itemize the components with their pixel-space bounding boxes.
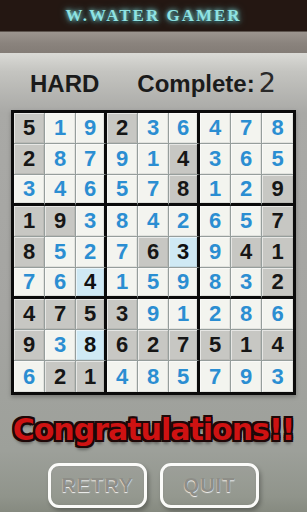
cell-r7c1[interactable]: 4 <box>14 299 45 330</box>
cell-r7c8[interactable]: 8 <box>231 299 262 330</box>
cell-r9c4[interactable]: 4 <box>107 361 138 392</box>
cell-r4c8[interactable]: 5 <box>231 206 262 237</box>
cell-r3c2[interactable]: 4 <box>45 175 76 206</box>
cell-r8c9[interactable]: 4 <box>262 330 293 361</box>
cell-r1c5[interactable]: 3 <box>138 113 169 144</box>
cell-r6c2[interactable]: 6 <box>45 268 76 299</box>
cell-r7c6[interactable]: 1 <box>169 299 200 330</box>
cell-r4c5[interactable]: 4 <box>138 206 169 237</box>
cell-r2c9[interactable]: 5 <box>262 144 293 175</box>
cell-r8c3[interactable]: 8 <box>76 330 107 361</box>
cell-r8c2[interactable]: 3 <box>45 330 76 361</box>
cell-r4c4[interactable]: 8 <box>107 206 138 237</box>
cell-r9c1[interactable]: 6 <box>14 361 45 392</box>
cell-r4c1[interactable]: 1 <box>14 206 45 237</box>
cell-r3c4[interactable]: 5 <box>107 175 138 206</box>
cell-r1c7[interactable]: 4 <box>200 113 231 144</box>
cell-r2c2[interactable]: 8 <box>45 144 76 175</box>
cell-r9c9[interactable]: 3 <box>262 361 293 392</box>
retry-button[interactable]: RETRY <box>48 463 147 508</box>
cell-r7c4[interactable]: 3 <box>107 299 138 330</box>
cell-r1c4[interactable]: 2 <box>107 113 138 144</box>
cell-r6c6[interactable]: 9 <box>169 268 200 299</box>
game-screen: W.WATER GAMER HARD Complete: 2 519236478… <box>0 0 307 512</box>
cell-r2c8[interactable]: 6 <box>231 144 262 175</box>
cell-r3c6[interactable]: 8 <box>169 175 200 206</box>
cell-r1c2[interactable]: 1 <box>45 113 76 144</box>
cell-r7c5[interactable]: 9 <box>138 299 169 330</box>
cell-r4c7[interactable]: 6 <box>200 206 231 237</box>
cell-r6c1[interactable]: 7 <box>14 268 45 299</box>
difficulty-label: HARD <box>30 70 99 98</box>
cell-r2c7[interactable]: 3 <box>200 144 231 175</box>
complete-label: Complete: <box>137 70 254 98</box>
cell-r1c9[interactable]: 8 <box>262 113 293 144</box>
title-bar: W.WATER GAMER <box>0 0 307 31</box>
cell-r8c4[interactable]: 6 <box>107 330 138 361</box>
cell-r1c3[interactable]: 9 <box>76 113 107 144</box>
cell-r7c9[interactable]: 6 <box>262 299 293 330</box>
app-title: W.WATER GAMER <box>65 6 241 26</box>
cell-r1c1[interactable]: 5 <box>14 113 45 144</box>
cell-r8c7[interactable]: 5 <box>200 330 231 361</box>
sudoku-board: 5192364782879143653465781291938426578527… <box>11 110 296 395</box>
button-row: RETRY QUIT <box>48 463 259 508</box>
cell-r5c8[interactable]: 4 <box>231 237 262 268</box>
cell-r9c2[interactable]: 2 <box>45 361 76 392</box>
cell-r4c2[interactable]: 9 <box>45 206 76 237</box>
cell-r2c5[interactable]: 1 <box>138 144 169 175</box>
cell-r5c7[interactable]: 9 <box>200 237 231 268</box>
header-band <box>0 31 307 53</box>
cell-r6c9[interactable]: 2 <box>262 268 293 299</box>
cell-r5c2[interactable]: 5 <box>45 237 76 268</box>
cell-r2c3[interactable]: 7 <box>76 144 107 175</box>
status-bar: HARD Complete: 2 <box>0 53 307 108</box>
complete-count: 2 <box>259 67 276 98</box>
cell-r5c4[interactable]: 7 <box>107 237 138 268</box>
cell-r3c8[interactable]: 2 <box>231 175 262 206</box>
cell-r6c3[interactable]: 4 <box>76 268 107 299</box>
cell-r8c5[interactable]: 2 <box>138 330 169 361</box>
cell-r6c4[interactable]: 1 <box>107 268 138 299</box>
cell-r9c7[interactable]: 7 <box>200 361 231 392</box>
cell-r9c8[interactable]: 9 <box>231 361 262 392</box>
cell-r9c3[interactable]: 1 <box>76 361 107 392</box>
cell-r4c6[interactable]: 2 <box>169 206 200 237</box>
cell-r8c8[interactable]: 1 <box>231 330 262 361</box>
cell-r5c1[interactable]: 8 <box>14 237 45 268</box>
cell-r6c5[interactable]: 5 <box>138 268 169 299</box>
cell-r9c5[interactable]: 8 <box>138 361 169 392</box>
cell-r2c6[interactable]: 4 <box>169 144 200 175</box>
cell-r6c7[interactable]: 8 <box>200 268 231 299</box>
cell-r1c8[interactable]: 7 <box>231 113 262 144</box>
quit-button[interactable]: QUIT <box>160 463 259 508</box>
congratulations-text: Congratulations!! <box>13 412 295 447</box>
cell-r6c8[interactable]: 3 <box>231 268 262 299</box>
cell-r8c6[interactable]: 7 <box>169 330 200 361</box>
cell-r5c5[interactable]: 6 <box>138 237 169 268</box>
cell-r7c3[interactable]: 5 <box>76 299 107 330</box>
cell-r5c6[interactable]: 3 <box>169 237 200 268</box>
cell-r4c3[interactable]: 3 <box>76 206 107 237</box>
cell-r4c9[interactable]: 7 <box>262 206 293 237</box>
cell-r8c1[interactable]: 9 <box>14 330 45 361</box>
cell-r5c3[interactable]: 2 <box>76 237 107 268</box>
cell-r3c7[interactable]: 1 <box>200 175 231 206</box>
cell-r1c6[interactable]: 6 <box>169 113 200 144</box>
cell-r3c9[interactable]: 9 <box>262 175 293 206</box>
cell-r7c2[interactable]: 7 <box>45 299 76 330</box>
cell-r7c7[interactable]: 2 <box>200 299 231 330</box>
cell-r3c3[interactable]: 6 <box>76 175 107 206</box>
cell-r9c6[interactable]: 5 <box>169 361 200 392</box>
cell-r3c5[interactable]: 7 <box>138 175 169 206</box>
cell-r2c4[interactable]: 9 <box>107 144 138 175</box>
cell-r2c1[interactable]: 2 <box>14 144 45 175</box>
cell-r5c9[interactable]: 1 <box>262 237 293 268</box>
cell-r3c1[interactable]: 3 <box>14 175 45 206</box>
